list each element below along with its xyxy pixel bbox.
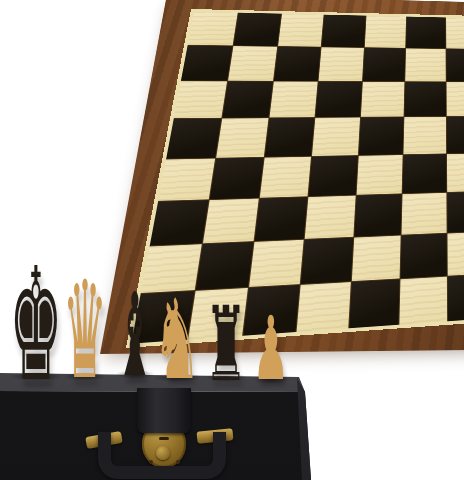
board-square[interactable] [316,82,362,118]
board-square[interactable] [349,279,399,328]
board-square[interactable] [216,118,268,157]
black-rook[interactable]: ♜ [204,291,247,394]
board-square[interactable] [362,48,404,81]
white-pawn[interactable]: ♟ [253,306,290,394]
board-square[interactable] [358,117,403,154]
board-square[interactable] [312,118,359,156]
case-handle[interactable] [98,432,226,479]
black-king[interactable]: ♚ [9,246,63,402]
white-knight[interactable]: ♞ [153,285,201,396]
board-square[interactable] [403,117,446,154]
board-square[interactable] [447,191,464,232]
board-square[interactable] [448,274,464,321]
board-square[interactable] [356,155,402,195]
black-bishop[interactable]: ♝ [115,279,155,394]
board-square[interactable] [260,156,311,197]
board-square[interactable] [158,158,215,200]
board-square[interactable] [447,117,464,153]
board-square[interactable] [305,195,355,238]
board-square[interactable] [364,16,405,48]
chess-set-photo: ♚♛♝♞♜♟ [0,0,464,480]
board-square[interactable] [228,46,277,81]
board-square[interactable] [322,15,365,48]
board-square[interactable] [402,154,446,193]
board-square[interactable] [399,277,447,325]
board-square[interactable] [255,197,308,241]
board-square[interactable] [309,155,358,195]
board-square[interactable] [297,282,350,332]
board-square[interactable] [203,198,259,243]
board-square[interactable] [446,82,464,116]
board-square[interactable] [234,13,282,46]
white-queen[interactable]: ♛ [63,264,108,399]
board-square[interactable] [301,237,353,283]
board-square[interactable] [406,17,446,49]
board-square[interactable] [354,194,401,237]
board-square[interactable] [166,119,221,159]
board-square[interactable] [360,82,404,117]
board-square[interactable] [181,46,233,81]
board-square[interactable] [278,14,324,47]
board-square[interactable] [188,12,238,46]
board-square[interactable] [222,82,273,119]
board-square[interactable] [400,233,446,278]
board-square[interactable] [401,193,446,235]
board-square[interactable] [210,157,264,199]
board-square[interactable] [274,47,321,81]
board-square[interactable] [446,17,464,49]
board-square[interactable] [319,47,364,81]
board-square[interactable] [265,118,315,156]
board-square[interactable] [446,49,464,82]
board-square[interactable] [447,153,464,192]
board-square[interactable] [447,231,464,275]
board-square[interactable] [351,235,400,281]
board-square[interactable] [249,240,304,287]
board-square[interactable] [405,49,446,82]
board-square[interactable] [270,82,318,118]
board-square[interactable] [174,81,227,118]
board-square[interactable] [150,200,209,246]
board-square[interactable] [404,82,446,117]
